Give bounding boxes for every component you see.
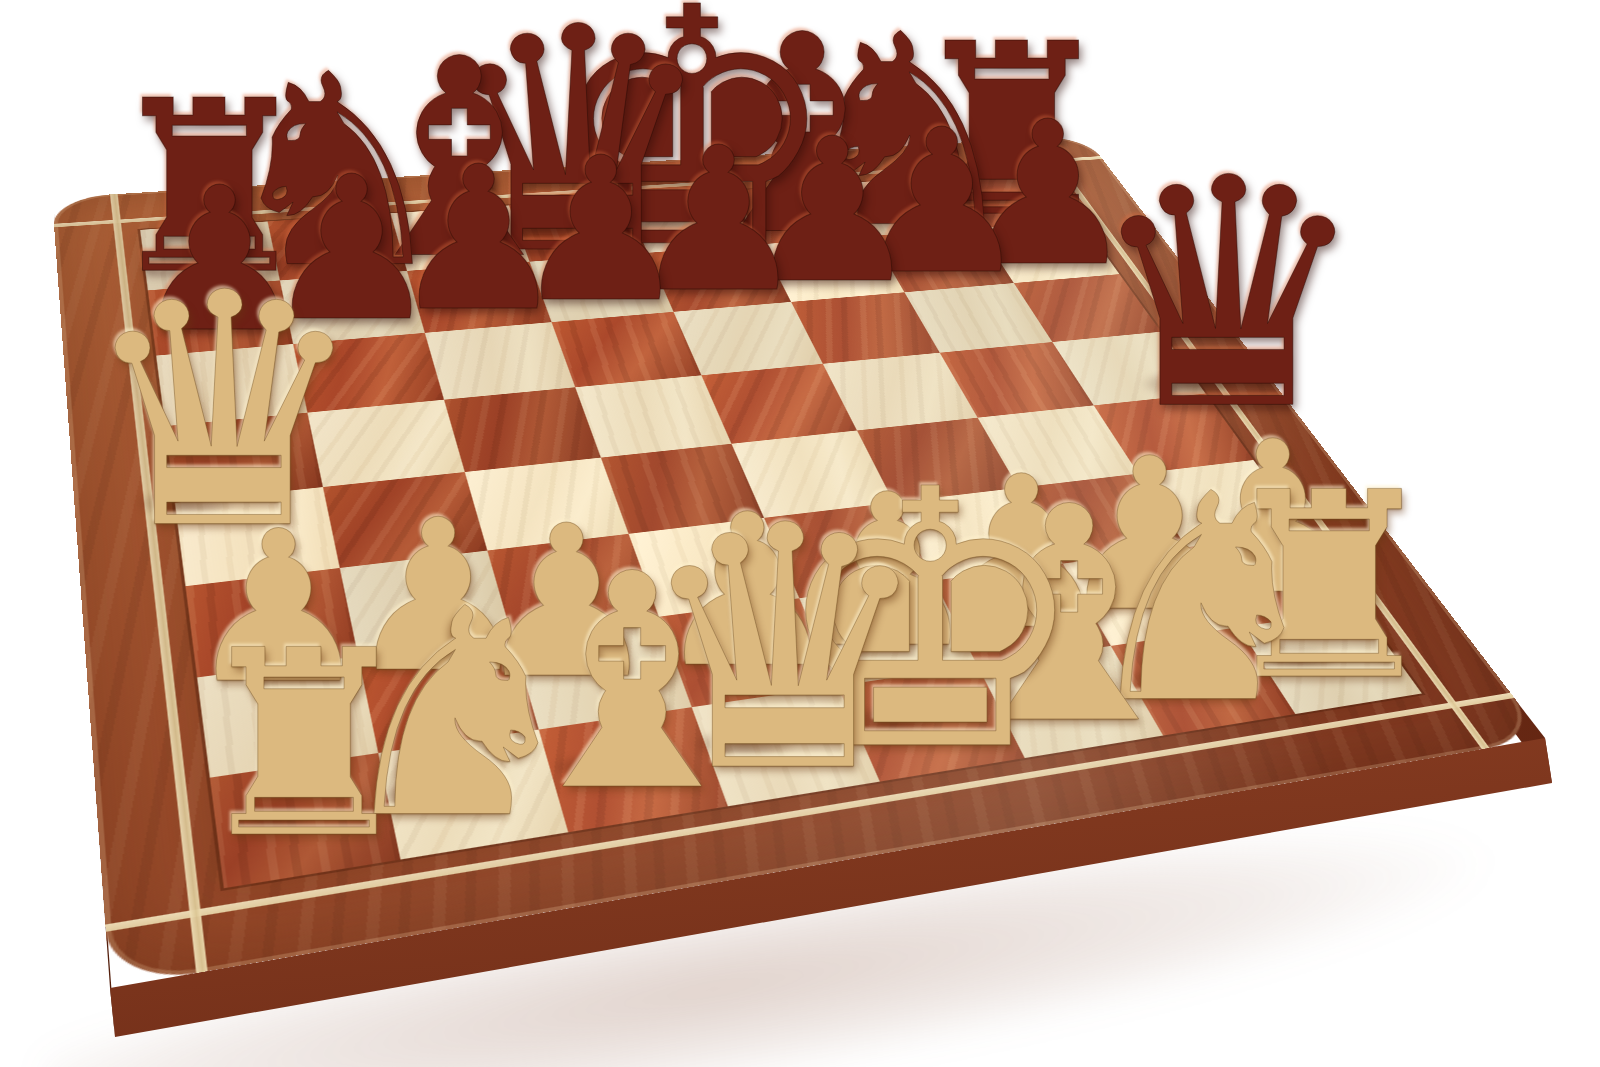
photo-stage: ♜♞♝♛♚♝♞♜♟♟♟♟♟♟♟♟♟♟♟♟♟♟♟♟♜♞♝♛♚♝♞♜♛♛ xyxy=(0,0,1600,1067)
white-rook-a1[interactable]: ♜ xyxy=(189,618,419,875)
